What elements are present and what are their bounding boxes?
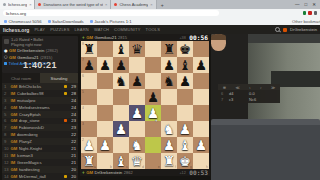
nav-item-puzzles[interactable]: PUZZLES — [50, 27, 69, 32]
standings-title: GM — [11, 146, 18, 151]
move-control-icon[interactable]: ≪ — [235, 85, 239, 90]
square-g2[interactable]: ♝ — [177, 137, 193, 153]
square-h8[interactable] — [193, 41, 209, 57]
maximize-icon[interactable]: □ — [305, 2, 308, 7]
square-a5[interactable]: 5 — [81, 89, 97, 105]
square-e4[interactable]: ♟ — [145, 105, 161, 121]
square-h4[interactable] — [193, 105, 209, 121]
square-g3[interactable]: ♟ — [177, 121, 193, 137]
nav-item-tools[interactable]: TOOLS — [146, 27, 161, 32]
standings-title: GM — [11, 139, 18, 144]
square-h5[interactable] — [193, 89, 209, 105]
standings-score: 24 — [68, 105, 76, 110]
move-number: 6 — [221, 91, 225, 96]
square-e3[interactable] — [145, 121, 161, 137]
standings-row[interactable]: 2IMCubebalbec9828 — [2, 90, 78, 97]
standings-row[interactable]: 9GMPlanyZ22 — [2, 138, 78, 145]
player-rating: (2815) — [40, 55, 52, 60]
trophy-icon — [64, 85, 67, 88]
white-pawn: ♟ — [97, 137, 113, 153]
rank-coordinate: 8 — [82, 42, 84, 46]
square-a7[interactable]: ♟7 — [81, 57, 97, 73]
square-a8[interactable]: ♜8 — [81, 41, 97, 57]
move-control-icon[interactable]: ≡ — [223, 85, 226, 90]
move-control-icon[interactable]: ‹ — [249, 85, 251, 90]
nav-item-community[interactable]: COMMUNITY — [114, 27, 140, 32]
standings-title: GM — [11, 118, 18, 123]
trophy-icon — [64, 92, 67, 95]
standings-player-name[interactable]: doomsberg — [17, 132, 67, 137]
black-knight: ♞ — [161, 73, 177, 89]
move-row: 7c3Nc6 — [218, 96, 280, 102]
bookmark-label: Jacob's Pictures 1:1 — [94, 19, 131, 24]
black-king: ♚ — [177, 41, 193, 57]
standings-player-name[interactable]: PlanyZ — [19, 139, 67, 144]
rank-coordinate: 6 — [82, 74, 84, 78]
square-h3[interactable] — [193, 121, 209, 137]
tab-chat-room[interactable]: Chat room — [2, 73, 40, 83]
black-pawn: ♟ — [177, 73, 193, 89]
square-d5[interactable] — [129, 89, 145, 105]
couch-seat — [211, 125, 320, 180]
move-black[interactable]: 0-0 — [249, 91, 265, 96]
move-white[interactable]: c3 — [229, 97, 245, 102]
standings-score: 21 — [68, 153, 76, 158]
square-f6[interactable]: ♞ — [161, 73, 177, 89]
standings-rank: 7 — [4, 125, 9, 130]
square-e7[interactable] — [145, 57, 161, 73]
nav-menu: PLAYPUZZLESLEARNWATCHCOMMUNITYTOOLS — [34, 27, 160, 32]
top-clock: 00:56 — [187, 34, 208, 41]
black-pawn: ♟ — [193, 57, 209, 73]
square-d7[interactable] — [129, 57, 145, 73]
url-input[interactable]: lichess.org — [3, 10, 219, 16]
bookmark-label: Chromecast 5056 — [9, 19, 42, 24]
tab-close-icon[interactable]: × — [150, 2, 152, 7]
square-g6[interactable]: ♟ — [177, 73, 193, 89]
standings-score: 22 — [68, 132, 76, 137]
square-b6[interactable] — [97, 73, 113, 89]
move-white[interactable]: d4 — [229, 91, 245, 96]
top-player-title: GM — [86, 35, 93, 40]
standings-score: 28 — [68, 91, 76, 96]
standings-title: GM — [11, 125, 18, 130]
color-dot-icon: ○ — [4, 55, 8, 59]
white-pawn: ♟ — [177, 121, 193, 137]
standings-title: IM — [11, 132, 16, 137]
square-c7[interactable]: ♟ — [113, 57, 129, 73]
meta-player-line: ●GMDrGrekenstein(2862) — [4, 48, 76, 53]
standings-title: IM — [11, 160, 16, 165]
standings-score: 29 — [68, 84, 76, 89]
bookmark-favicon — [90, 20, 93, 23]
square-b5[interactable] — [97, 89, 113, 105]
chess-board[interactable]: ♜8♝♛♜♚♟7♟♟♟♝♟6♞♟♞♟5♟4♟♟3♟♞♟♟2♟♞♟♝♟♜a1b♝c… — [81, 41, 209, 169]
move-rows: 6d40-07c3Nc6 — [218, 90, 280, 102]
standings-player-name[interactable]: hardtesting — [19, 167, 67, 172]
bullet-icon — [4, 39, 9, 44]
square-c4[interactable] — [113, 105, 129, 121]
bookmark-items: Chromecast 5056SafariDownloadsJacob's Pi… — [4, 19, 132, 24]
standings-score: 24 — [68, 112, 76, 117]
standings-title: GM — [11, 84, 18, 89]
bottom-player-rating: 2862 — [124, 170, 133, 175]
browser-tab[interactable]: Donations are the weird type of st× — [35, 0, 111, 9]
player-rating: (2862) — [46, 48, 58, 53]
standings-player-name[interactable]: Iceman3 — [17, 153, 67, 158]
square-d2[interactable]: ♞ — [129, 137, 145, 153]
bookmark-favicon — [48, 20, 51, 23]
standings-score: 20 — [68, 167, 76, 172]
top-player-bar: + GM Gemikou21 2815 +38 00:56 — [80, 34, 210, 41]
meta-player-line: ○GMGemikou21(2815) — [4, 55, 76, 60]
move-black[interactable]: Nc6 — [249, 97, 265, 102]
standings-rank: 6 — [4, 118, 9, 123]
standings-rank: 13 — [4, 167, 9, 172]
square-e6[interactable] — [145, 73, 161, 89]
site-logo[interactable]: lichess.org — [3, 27, 29, 33]
square-f3[interactable]: ♞ — [161, 121, 177, 137]
nav-item-learn[interactable]: LEARN — [75, 27, 89, 32]
new-tab-button[interactable]: + — [157, 0, 168, 9]
nav-item-watch[interactable]: WATCH — [94, 27, 109, 32]
square-h7[interactable]: ♟ — [193, 57, 209, 73]
standings-player-name[interactable]: CrazyEptah — [19, 112, 67, 117]
bookmark-item[interactable]: Chromecast 5056 — [4, 19, 42, 24]
square-e5[interactable]: ♟ — [145, 89, 161, 105]
standings-score: 21 — [68, 146, 76, 151]
nav-item-play[interactable]: PLAY — [34, 27, 45, 32]
player-title: GM — [9, 48, 16, 53]
browser-tab-strip: lichess.org×Donations are the weird type… — [0, 0, 320, 9]
bottom-clock: 00:53 — [187, 169, 208, 176]
bookmark-item[interactable]: SafariDownloads — [48, 19, 84, 24]
bookmark-item[interactable]: Jacob's Pictures 1:1 — [90, 19, 132, 24]
game-status: Playing right now — [11, 42, 41, 47]
tab-close-icon[interactable]: × — [105, 2, 107, 7]
standings-score: 24 — [68, 98, 76, 103]
white-pawn: ♟ — [113, 121, 129, 137]
standings-player-name[interactable]: BrhChckcks — [19, 84, 62, 89]
square-b4[interactable] — [97, 105, 113, 121]
square-g7[interactable]: ♝ — [177, 57, 193, 73]
white-pawn: ♟ — [129, 105, 145, 121]
player-name[interactable]: DrGrekenstein — [17, 48, 44, 53]
move-number: 7 — [221, 97, 225, 102]
browser-tab[interactable]: Chess Academy× — [111, 0, 156, 9]
tab-standing[interactable]: Standing — [40, 73, 78, 83]
tab-close-icon[interactable]: × — [29, 2, 31, 7]
square-a1[interactable]: ♜a1 — [81, 153, 97, 169]
rank-coordinate: 7 — [82, 58, 84, 62]
standings-title: GM — [11, 105, 18, 110]
tournament-clock: 1:40:21 — [2, 60, 78, 70]
tab-title: Chess Academy — [119, 2, 148, 7]
square-a2[interactable]: ♟2 — [81, 137, 97, 153]
tab-title: Donations are the weird type of st — [43, 2, 103, 7]
site-header: lichess.org PLAYPUZZLESLEARNWATCHCOMMUNI… — [0, 25, 320, 34]
square-d3[interactable] — [129, 121, 145, 137]
square-a6[interactable]: 6 — [81, 73, 97, 89]
white-knight: ♞ — [129, 137, 145, 153]
standings-rank: 3 — [4, 98, 9, 103]
square-c1[interactable]: ♝c — [113, 153, 129, 169]
header-username[interactable]: DrGrekenstein — [290, 27, 317, 32]
standings-rank: 5 — [4, 112, 9, 117]
standings-row[interactable]: 4GMMefedsestreams24 — [2, 104, 78, 111]
online-plus-icon: + — [82, 170, 85, 175]
standings-row[interactable]: 6GMdrop_stone23 — [2, 118, 78, 125]
rank-coordinate: 1 — [82, 154, 84, 158]
standings-player-name[interactable]: MrDermal_itall — [19, 174, 62, 179]
header-right: DrGrekenstein — [275, 27, 318, 33]
standings-title: GM — [11, 167, 18, 172]
rank-coordinate: 5 — [82, 90, 84, 94]
search-icon[interactable] — [275, 27, 281, 33]
square-c8[interactable]: ♝ — [113, 41, 129, 57]
tab-title: lichess.org — [8, 2, 27, 7]
square-d8[interactable]: ♛ — [129, 41, 145, 57]
rank-coordinate: 3 — [82, 122, 84, 126]
standings-row[interactable]: 14GMMrDermal_itall20 — [2, 173, 78, 180]
square-d4[interactable]: ♟ — [129, 105, 145, 121]
square-h2[interactable]: ♟ — [193, 137, 209, 153]
standings-player-name[interactable]: mutualpro — [17, 98, 67, 103]
window-controls: —□✕ — [291, 0, 320, 9]
standings-rank: 2 — [4, 91, 9, 96]
square-h1[interactable]: h — [193, 153, 209, 169]
move-control-icon[interactable]: ≫ — [271, 85, 275, 90]
standings-score: 23 — [68, 125, 76, 130]
square-a3[interactable]: 3 — [81, 121, 97, 137]
square-c6[interactable]: ♞ — [113, 73, 129, 89]
bottom-player-name[interactable]: DrGrekenstein — [95, 170, 123, 175]
black-rook: ♜ — [161, 41, 177, 57]
game-meta-text: 1+0 Rated • Bullet Playing right now — [11, 38, 43, 47]
black-pawn: ♟ — [129, 73, 145, 89]
player-title: GM — [9, 55, 16, 60]
black-queen: ♛ — [129, 41, 145, 57]
black-bishop: ♝ — [177, 57, 193, 73]
screen: lichess.org×Donations are the weird type… — [0, 0, 320, 180]
square-e2[interactable] — [145, 137, 161, 153]
standings-row[interactable]: 10GMNight-Knight21 — [2, 145, 78, 152]
black-pawn: ♟ — [113, 57, 129, 73]
standings-rank: 14 — [4, 174, 9, 179]
square-b2[interactable]: ♟ — [97, 137, 113, 153]
minimize-icon[interactable]: — — [295, 2, 300, 7]
other-bookmarks[interactable]: Other bookmarks — [292, 19, 320, 24]
extension-icon[interactable] — [314, 11, 318, 15]
standings-rank: 12 — [4, 160, 9, 165]
sidebar-tabs: Chat roomStanding — [2, 73, 78, 83]
player-name[interactable]: Gemikou21 — [17, 55, 38, 60]
standings-row[interactable]: 8IMdoomsberg22 — [2, 131, 78, 138]
standings-rank: 8 — [4, 132, 9, 137]
black-bishop: ♝ — [113, 41, 129, 57]
extension-icon[interactable] — [303, 11, 307, 15]
square-d1[interactable]: ♛d — [129, 153, 145, 169]
extension-icon[interactable] — [308, 11, 312, 15]
square-f8[interactable]: ♜ — [161, 41, 177, 57]
tab-favicon — [114, 3, 117, 6]
standings-row[interactable]: 12IMGreenMagics21 — [2, 159, 78, 166]
standings-player-name[interactable]: Night-Knight — [19, 146, 67, 151]
browser-tabs: lichess.org×Donations are the weird type… — [0, 0, 157, 9]
standings-row[interactable]: 13GMhardtesting20 — [2, 166, 78, 173]
standings-title: IM — [11, 91, 16, 96]
square-d6[interactable]: ♟ — [129, 73, 145, 89]
move-control-icon[interactable]: › — [260, 85, 262, 90]
standings-player-name[interactable]: drop_stone — [19, 118, 62, 123]
standings-row[interactable]: 1GMBrhChckcks29 — [2, 83, 78, 90]
standings-row[interactable]: 11IMIceman321 — [2, 152, 78, 159]
extension-icons — [303, 11, 320, 15]
square-g1[interactable]: ♚g — [177, 153, 193, 169]
white-pawn: ♟ — [161, 137, 177, 153]
standings-row[interactable]: 7GMFabionovskiD23 — [2, 124, 78, 131]
tab-favicon — [3, 3, 6, 6]
bookmark-favicon — [4, 20, 7, 23]
move-list-panel: ≡≪‹›≫ 6d40-07c3Nc6 — [218, 84, 280, 103]
square-c3[interactable]: ♟ — [113, 121, 129, 137]
standings-score: 23 — [68, 118, 76, 123]
square-e1[interactable]: e — [145, 153, 161, 169]
standings-title: GM — [11, 112, 18, 117]
standings-score: 21 — [68, 160, 76, 165]
top-player-delta: +38 — [179, 36, 185, 40]
gift-icon[interactable] — [283, 28, 287, 32]
black-pawn: ♟ — [97, 57, 113, 73]
standings-score: 22 — [68, 139, 76, 144]
square-a4[interactable]: 4 — [81, 105, 97, 121]
standings-list: 1GMBrhChckcks292IMCubebalbec98283IMmutua… — [2, 83, 78, 180]
standings-title: IM — [11, 153, 16, 158]
standings-rank: 11 — [4, 153, 9, 158]
premove-plus-icon: + — [155, 117, 158, 123]
square-b8[interactable] — [97, 41, 113, 57]
standings-score: 20 — [68, 174, 76, 179]
square-g8[interactable]: ♚ — [177, 41, 193, 57]
standings-title: IM — [11, 98, 16, 103]
square-g4[interactable] — [177, 105, 193, 121]
square-b3[interactable] — [97, 121, 113, 137]
standings-player-name[interactable]: Cubebalbec98 — [17, 91, 62, 96]
square-c5[interactable] — [113, 89, 129, 105]
white-pawn: ♟ — [193, 137, 209, 153]
black-pawn: ♟ — [161, 57, 177, 73]
square-e8[interactable] — [145, 41, 161, 57]
online-plus-icon: + — [82, 35, 85, 40]
standings-row[interactable]: 3IMmutualpro24 — [2, 97, 78, 104]
standings-row[interactable]: 5GMCrazyEptah24 — [2, 111, 78, 118]
white-pawn: ♟ — [145, 105, 161, 121]
white-knight: ♞ — [161, 121, 177, 137]
standings-rank: 9 — [4, 139, 9, 144]
tab-favicon — [38, 3, 41, 6]
standings-title: GM — [11, 174, 18, 179]
black-pawn: ♟ — [145, 89, 161, 105]
square-b1[interactable]: b — [97, 153, 113, 169]
bottom-player-delta: +12 — [179, 171, 185, 175]
standings-player-name[interactable]: FabionovskiD — [19, 125, 67, 130]
square-f7[interactable]: ♟ — [161, 57, 177, 73]
rank-coordinate: 2 — [82, 138, 84, 142]
square-f2[interactable]: ♟ — [161, 137, 177, 153]
close-icon[interactable]: ✕ — [312, 2, 316, 7]
square-f5[interactable] — [161, 89, 177, 105]
bookmark-label: SafariDownloads — [52, 19, 84, 24]
square-b7[interactable]: ♟ — [97, 57, 113, 73]
bottom-player-title: GM — [86, 170, 93, 175]
top-player-name[interactable]: Gemikou21 — [95, 35, 117, 40]
black-knight: ♞ — [113, 73, 129, 89]
square-f4[interactable] — [161, 105, 177, 121]
standings-rank: 1 — [4, 84, 9, 89]
color-dot-icon: ● — [4, 49, 8, 53]
white-bishop: ♝ — [177, 137, 193, 153]
square-f1[interactable]: ♜f — [161, 153, 177, 169]
bottom-player-bar: + GM DrGrekenstein 2862 +12 00:53 — [80, 169, 210, 176]
trophy-icon — [64, 175, 67, 178]
standings-rank: 10 — [4, 146, 9, 151]
standings-rank: 4 — [4, 105, 9, 110]
standings-player-name[interactable]: GreenMagics — [17, 160, 67, 165]
square-c2[interactable] — [113, 137, 129, 153]
rank-coordinate: 4 — [82, 106, 84, 110]
flame-icon — [64, 119, 67, 122]
square-g5[interactable] — [177, 89, 193, 105]
meta-players: ●GMDrGrekenstein(2862)○GMGemikou21(2815) — [4, 48, 76, 59]
webcam-overlay: ≡≪‹›≫ 6d40-07c3Nc6 — [211, 34, 320, 180]
square-h6[interactable] — [193, 73, 209, 89]
top-player-rating: 2815 — [118, 35, 127, 40]
browser-tab[interactable]: lichess.org× — [0, 0, 35, 9]
standings-player-name[interactable]: Mefedsestreams — [19, 105, 67, 110]
